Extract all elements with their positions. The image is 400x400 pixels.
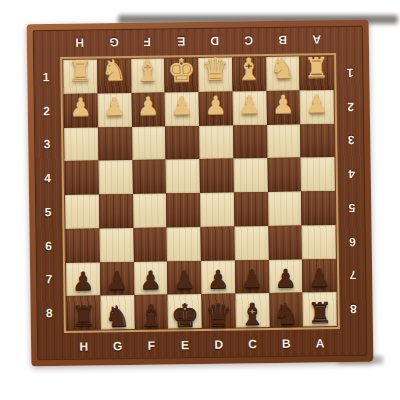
rank-label-4-left: 4 (35, 161, 61, 195)
rank-label-6-right-text: 6 (349, 234, 356, 248)
white-pawn[interactable]: ♟ (137, 94, 160, 119)
square-b7[interactable]: ♟ (268, 259, 302, 293)
rank-label-6-right: 6 (339, 224, 365, 258)
square-a6[interactable] (302, 225, 336, 259)
rank-label-5-left: 5 (35, 195, 61, 229)
rank-label-6-left-text: 6 (45, 239, 52, 253)
square-b2[interactable]: ♟ (266, 90, 300, 124)
white-rook[interactable]: ♜ (67, 57, 92, 85)
file-label-f-top: F (130, 28, 164, 54)
file-label-c-top-text: C (244, 33, 253, 47)
rank-label-3-left-text: 3 (44, 137, 51, 151)
black-pawn[interactable]: ♟ (105, 268, 128, 293)
square-h6[interactable] (65, 228, 99, 262)
square-h8[interactable]: ♜ (66, 296, 100, 330)
file-label-f-top-text: F (143, 35, 151, 49)
rank-label-1-left-text: 1 (43, 70, 50, 84)
square-c8[interactable]: ♝ (235, 293, 269, 327)
square-g3[interactable] (98, 126, 132, 160)
square-f1[interactable]: ♝ (131, 58, 165, 92)
square-f3[interactable] (132, 126, 166, 160)
file-label-e-bottom-text: E (181, 338, 190, 352)
square-b5[interactable] (267, 192, 301, 226)
white-knight[interactable]: ♞ (269, 54, 295, 83)
square-e5[interactable] (166, 193, 200, 227)
square-c7[interactable]: ♟ (235, 260, 269, 294)
square-d4[interactable] (200, 159, 234, 193)
square-h4[interactable] (65, 161, 99, 195)
rank-label-1-left: 1 (33, 60, 59, 94)
rank-label-5-right-text: 5 (349, 201, 356, 215)
square-e4[interactable] (166, 159, 200, 193)
square-a5[interactable] (301, 191, 335, 225)
rank-label-4-left-text: 4 (44, 171, 51, 185)
square-c1[interactable]: ♝ (232, 57, 266, 91)
black-bishop[interactable]: ♝ (239, 299, 266, 329)
square-d7[interactable]: ♟ (201, 260, 235, 294)
square-e3[interactable] (165, 126, 199, 160)
rank-label-5-right: 5 (339, 191, 365, 225)
white-rook[interactable]: ♜ (304, 54, 329, 82)
rank-label-3-right: 3 (338, 123, 364, 157)
white-pawn[interactable]: ♟ (103, 94, 126, 119)
white-bishop[interactable]: ♝ (235, 54, 262, 84)
white-pawn[interactable]: ♟ (238, 92, 261, 117)
square-d1[interactable]: ♛ (198, 58, 232, 92)
square-f2[interactable]: ♟ (131, 92, 165, 126)
square-a2[interactable]: ♟ (300, 90, 334, 124)
black-pawn[interactable]: ♟ (240, 266, 263, 291)
black-bishop[interactable]: ♝ (137, 301, 164, 331)
square-f8[interactable]: ♝ (134, 295, 168, 329)
square-d6[interactable] (200, 226, 234, 260)
square-c4[interactable] (233, 158, 267, 192)
rank-label-4-right-text: 4 (348, 167, 355, 181)
rank-label-8-right-text: 8 (350, 302, 357, 316)
rank-label-4-right: 4 (339, 157, 365, 191)
black-rook[interactable]: ♜ (71, 303, 96, 331)
black-pawn[interactable]: ♟ (207, 266, 230, 291)
rank-label-6-left: 6 (35, 229, 61, 263)
white-bishop[interactable]: ♝ (134, 55, 161, 85)
white-queen[interactable]: ♛ (201, 54, 229, 85)
square-g5[interactable] (99, 194, 133, 228)
rank-label-8-left: 8 (36, 296, 62, 330)
square-f6[interactable] (133, 227, 167, 261)
square-f5[interactable] (133, 193, 167, 227)
black-pawn[interactable]: ♟ (308, 265, 331, 290)
square-g1[interactable]: ♞ (97, 59, 131, 93)
board-squares: ♜♞♝♚♛♝♞♜♟♟♟♟♟♟♟♟♟♟♟♟♟♟♟♟♜♞♝♚♛♝♞♜ (63, 56, 337, 330)
square-g4[interactable] (98, 160, 132, 194)
rank-label-3-left: 3 (34, 127, 60, 161)
file-label-g-bottom: G (101, 333, 135, 359)
square-h5[interactable] (65, 194, 99, 228)
file-label-h-bottom-text: H (79, 340, 88, 354)
file-label-b-top-text: B (278, 33, 287, 47)
square-h3[interactable] (64, 127, 98, 161)
file-label-e-top-text: E (177, 34, 186, 48)
file-label-a-top: A (299, 26, 333, 52)
rank-label-5-left-text: 5 (45, 205, 52, 219)
file-label-f-bottom-text: F (147, 339, 155, 353)
square-d5[interactable] (200, 193, 234, 227)
file-label-a-bottom: A (303, 330, 337, 356)
file-label-g-top: G (96, 29, 130, 55)
square-g6[interactable] (99, 228, 133, 262)
chess-board: HGFEDCBA HGFEDCBA 12345678 12345678 ♜♞♝♚… (27, 20, 374, 367)
black-pawn[interactable]: ♟ (274, 266, 297, 291)
square-c3[interactable] (233, 125, 267, 159)
square-h2[interactable]: ♟ (64, 93, 98, 127)
file-label-e-bottom: E (168, 332, 202, 358)
chessboard-wrapper: HGFEDCBA HGFEDCBA 12345678 12345678 ♜♞♝♚… (27, 20, 374, 367)
file-label-h-bottom: H (67, 333, 101, 359)
rank-label-2-left: 2 (34, 94, 60, 128)
square-e2[interactable]: ♟ (165, 92, 199, 126)
white-pawn[interactable]: ♟ (69, 95, 92, 120)
file-label-c-bottom-text: C (248, 337, 257, 351)
file-label-a-bottom-text: A (316, 336, 325, 350)
square-e8[interactable]: ♚ (168, 294, 202, 328)
file-label-g-bottom-text: G (113, 339, 123, 353)
rank-label-1-right: 1 (337, 56, 363, 90)
square-a1[interactable]: ♜ (299, 56, 333, 90)
square-b3[interactable] (267, 124, 301, 158)
black-pawn[interactable]: ♟ (139, 267, 162, 292)
square-g7[interactable]: ♟ (100, 261, 134, 295)
file-label-f-bottom: F (134, 332, 168, 358)
file-label-d-bottom-text: D (214, 338, 223, 352)
black-knight[interactable]: ♞ (273, 299, 299, 328)
white-pawn[interactable]: ♟ (306, 91, 329, 116)
file-label-h-top: H (63, 29, 97, 55)
square-e7[interactable]: ♟ (167, 260, 201, 294)
rank-label-7-right-text: 7 (349, 268, 356, 282)
square-b1[interactable]: ♞ (266, 57, 300, 91)
black-knight[interactable]: ♞ (104, 302, 130, 331)
square-g8[interactable]: ♞ (100, 295, 134, 329)
square-a3[interactable] (300, 124, 334, 158)
file-label-a-top-text: A (311, 32, 320, 46)
square-b8[interactable]: ♞ (269, 293, 303, 327)
square-b6[interactable] (268, 225, 302, 259)
file-label-g-top-text: G (108, 35, 118, 49)
square-d8[interactable]: ♛ (201, 294, 235, 328)
black-pawn[interactable]: ♟ (72, 268, 95, 293)
square-h1[interactable]: ♜ (63, 59, 97, 93)
white-pawn[interactable]: ♟ (204, 93, 227, 118)
white-knight[interactable]: ♞ (101, 56, 127, 85)
square-a8[interactable]: ♜ (303, 292, 337, 326)
square-b4[interactable] (267, 158, 301, 192)
file-label-h-top-text: H (75, 36, 84, 50)
file-labels-bottom: HGFEDCBA (67, 330, 337, 360)
rank-label-3-right-text: 3 (348, 133, 355, 147)
rank-label-2-left-text: 2 (43, 104, 50, 118)
rank-label-8-right: 8 (340, 292, 366, 326)
rank-label-7-left-text: 7 (46, 272, 53, 286)
file-label-c-bottom: C (236, 331, 270, 357)
file-label-b-bottom: B (269, 331, 303, 357)
square-c2[interactable]: ♟ (232, 91, 266, 125)
black-rook[interactable]: ♜ (307, 299, 332, 327)
white-pawn[interactable]: ♟ (171, 93, 194, 118)
square-f4[interactable] (132, 160, 166, 194)
black-pawn[interactable]: ♟ (173, 267, 196, 292)
file-label-b-bottom-text: B (282, 337, 291, 351)
file-label-c-top: C (231, 27, 265, 53)
rank-label-2-right-text: 2 (347, 99, 354, 113)
square-c5[interactable] (234, 192, 268, 226)
square-e6[interactable] (167, 227, 201, 261)
rank-label-7-right: 7 (340, 258, 366, 292)
white-pawn[interactable]: ♟ (272, 92, 295, 117)
file-label-d-top-text: D (210, 34, 219, 48)
square-f7[interactable]: ♟ (133, 261, 167, 295)
black-king[interactable]: ♚ (170, 299, 199, 331)
square-a7[interactable]: ♟ (302, 259, 336, 293)
rank-label-8-left-text: 8 (46, 306, 53, 320)
white-king[interactable]: ♚ (167, 54, 196, 86)
file-label-b-top: B (265, 27, 299, 53)
rank-labels-right: 12345678 (337, 56, 367, 326)
rank-labels-left: 12345678 (33, 60, 63, 330)
square-g2[interactable]: ♟ (97, 93, 131, 127)
square-h7[interactable]: ♟ (66, 262, 100, 296)
rank-label-1-right-text: 1 (347, 66, 354, 80)
rank-label-2-right: 2 (338, 89, 364, 123)
square-e1[interactable]: ♚ (164, 58, 198, 92)
square-d3[interactable] (199, 125, 233, 159)
black-queen[interactable]: ♛ (204, 299, 232, 330)
square-c6[interactable] (234, 226, 268, 260)
file-label-d-bottom: D (202, 332, 236, 358)
square-a4[interactable] (301, 157, 335, 191)
rank-label-7-left: 7 (36, 262, 62, 296)
square-d2[interactable]: ♟ (199, 91, 233, 125)
